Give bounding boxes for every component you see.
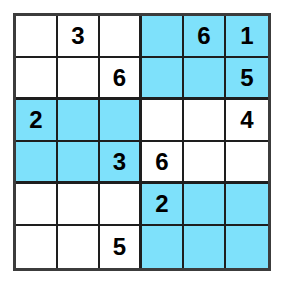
cell-r4c6[interactable] <box>226 142 268 184</box>
cell-r4c1[interactable] <box>16 142 58 184</box>
cell-r6c6[interactable] <box>226 226 268 268</box>
cell-r5c6[interactable] <box>226 184 268 226</box>
cell-r6c5[interactable] <box>184 226 226 268</box>
cell-r6c4[interactable] <box>142 226 184 268</box>
cell-r3c3[interactable] <box>100 100 142 142</box>
cell-r5c3[interactable] <box>100 184 142 226</box>
cell-r5c2[interactable] <box>58 184 100 226</box>
sudoku-board: 36165243625 <box>13 13 271 271</box>
cell-r6c3: 5 <box>100 226 142 268</box>
cell-r3c6: 4 <box>226 100 268 142</box>
cell-r4c3: 3 <box>100 142 142 184</box>
cell-r5c5[interactable] <box>184 184 226 226</box>
cell-r6c1[interactable] <box>16 226 58 268</box>
cell-r2c2[interactable] <box>58 58 100 100</box>
cell-r4c5[interactable] <box>184 142 226 184</box>
cell-r3c1: 2 <box>16 100 58 142</box>
cell-r1c3[interactable] <box>100 16 142 58</box>
cell-r4c4: 6 <box>142 142 184 184</box>
cell-r1c4[interactable] <box>142 16 184 58</box>
cell-r1c1[interactable] <box>16 16 58 58</box>
cell-r3c4[interactable] <box>142 100 184 142</box>
cell-r2c6: 5 <box>226 58 268 100</box>
cell-r5c4: 2 <box>142 184 184 226</box>
cell-r3c5[interactable] <box>184 100 226 142</box>
cell-r4c2[interactable] <box>58 142 100 184</box>
cell-r1c2: 3 <box>58 16 100 58</box>
cell-r1c6: 1 <box>226 16 268 58</box>
cell-r1c5: 6 <box>184 16 226 58</box>
cell-r2c5[interactable] <box>184 58 226 100</box>
cell-r6c2[interactable] <box>58 226 100 268</box>
cell-r2c1[interactable] <box>16 58 58 100</box>
cell-r2c3: 6 <box>100 58 142 100</box>
cell-r3c2[interactable] <box>58 100 100 142</box>
cell-r5c1[interactable] <box>16 184 58 226</box>
cell-r2c4[interactable] <box>142 58 184 100</box>
